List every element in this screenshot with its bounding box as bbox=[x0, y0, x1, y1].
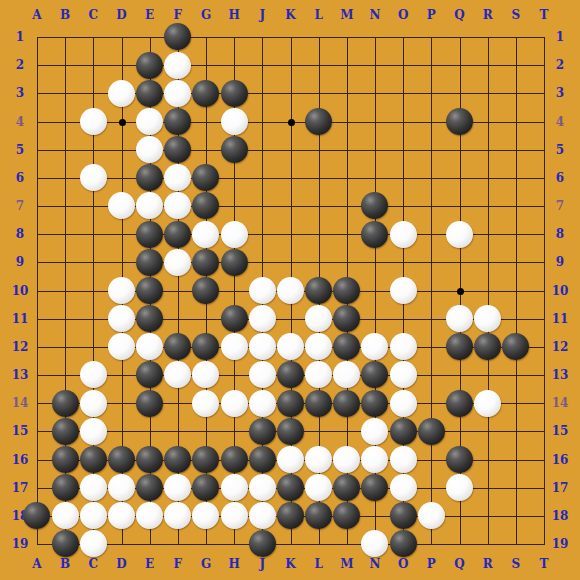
intersection-E19[interactable] bbox=[136, 530, 164, 558]
intersection-E5[interactable] bbox=[136, 136, 164, 164]
intersection-B1[interactable] bbox=[51, 23, 79, 51]
intersection-M14[interactable] bbox=[333, 389, 361, 417]
intersection-J14[interactable] bbox=[248, 389, 276, 417]
intersection-M3[interactable] bbox=[333, 79, 361, 107]
intersection-K13[interactable] bbox=[276, 361, 304, 389]
intersection-B12[interactable] bbox=[51, 333, 79, 361]
intersection-D14[interactable] bbox=[107, 389, 135, 417]
intersection-Q12[interactable] bbox=[445, 333, 473, 361]
intersection-M7[interactable] bbox=[333, 192, 361, 220]
intersection-N14[interactable] bbox=[361, 389, 389, 417]
intersection-T12[interactable] bbox=[530, 333, 558, 361]
intersection-F6[interactable] bbox=[164, 164, 192, 192]
intersection-T7[interactable] bbox=[530, 192, 558, 220]
intersection-N5[interactable] bbox=[361, 136, 389, 164]
intersection-B18[interactable] bbox=[51, 502, 79, 530]
intersection-L2[interactable] bbox=[304, 51, 332, 79]
intersection-E2[interactable] bbox=[136, 51, 164, 79]
intersection-T1[interactable] bbox=[530, 23, 558, 51]
intersection-R5[interactable] bbox=[473, 136, 501, 164]
intersection-K19[interactable] bbox=[276, 530, 304, 558]
intersection-R2[interactable] bbox=[473, 51, 501, 79]
intersection-G7[interactable] bbox=[192, 192, 220, 220]
intersection-N8[interactable] bbox=[361, 220, 389, 248]
intersection-D17[interactable] bbox=[107, 473, 135, 501]
intersection-S11[interactable] bbox=[502, 304, 530, 332]
intersection-T5[interactable] bbox=[530, 136, 558, 164]
intersection-G6[interactable] bbox=[192, 164, 220, 192]
intersection-A1[interactable] bbox=[23, 23, 51, 51]
intersection-C19[interactable] bbox=[79, 530, 107, 558]
intersection-F12[interactable] bbox=[164, 333, 192, 361]
intersection-A5[interactable] bbox=[23, 136, 51, 164]
intersection-O3[interactable] bbox=[389, 79, 417, 107]
intersection-L3[interactable] bbox=[304, 79, 332, 107]
intersection-O18[interactable] bbox=[389, 502, 417, 530]
intersection-Q4[interactable] bbox=[445, 107, 473, 135]
intersection-D1[interactable] bbox=[107, 23, 135, 51]
intersection-K9[interactable] bbox=[276, 248, 304, 276]
intersection-J5[interactable] bbox=[248, 136, 276, 164]
intersection-A16[interactable] bbox=[23, 445, 51, 473]
intersection-L1[interactable] bbox=[304, 23, 332, 51]
intersection-P17[interactable] bbox=[417, 473, 445, 501]
intersection-P10[interactable] bbox=[417, 276, 445, 304]
intersection-O7[interactable] bbox=[389, 192, 417, 220]
intersection-P4[interactable] bbox=[417, 107, 445, 135]
intersection-R15[interactable] bbox=[473, 417, 501, 445]
intersection-G19[interactable] bbox=[192, 530, 220, 558]
intersection-P11[interactable] bbox=[417, 304, 445, 332]
intersection-T3[interactable] bbox=[530, 79, 558, 107]
intersection-O1[interactable] bbox=[389, 23, 417, 51]
intersection-C12[interactable] bbox=[79, 333, 107, 361]
intersection-R6[interactable] bbox=[473, 164, 501, 192]
intersection-A19[interactable] bbox=[23, 530, 51, 558]
intersection-S8[interactable] bbox=[502, 220, 530, 248]
intersection-G9[interactable] bbox=[192, 248, 220, 276]
intersection-R18[interactable] bbox=[473, 502, 501, 530]
intersection-C5[interactable] bbox=[79, 136, 107, 164]
intersection-H9[interactable] bbox=[220, 248, 248, 276]
intersection-S6[interactable] bbox=[502, 164, 530, 192]
intersection-N18[interactable] bbox=[361, 502, 389, 530]
intersection-Q11[interactable] bbox=[445, 304, 473, 332]
intersection-H7[interactable] bbox=[220, 192, 248, 220]
intersection-A11[interactable] bbox=[23, 304, 51, 332]
intersection-D8[interactable] bbox=[107, 220, 135, 248]
intersection-H12[interactable] bbox=[220, 333, 248, 361]
intersection-K8[interactable] bbox=[276, 220, 304, 248]
intersection-T11[interactable] bbox=[530, 304, 558, 332]
intersection-D11[interactable] bbox=[107, 304, 135, 332]
intersection-J2[interactable] bbox=[248, 51, 276, 79]
intersection-B10[interactable] bbox=[51, 276, 79, 304]
intersection-F9[interactable] bbox=[164, 248, 192, 276]
intersection-S3[interactable] bbox=[502, 79, 530, 107]
intersection-Q7[interactable] bbox=[445, 192, 473, 220]
intersection-J18[interactable] bbox=[248, 502, 276, 530]
intersection-B3[interactable] bbox=[51, 79, 79, 107]
intersection-B19[interactable] bbox=[51, 530, 79, 558]
intersection-F11[interactable] bbox=[164, 304, 192, 332]
intersection-P12[interactable] bbox=[417, 333, 445, 361]
intersection-B13[interactable] bbox=[51, 361, 79, 389]
intersection-H5[interactable] bbox=[220, 136, 248, 164]
intersection-P15[interactable] bbox=[417, 417, 445, 445]
intersection-Q17[interactable] bbox=[445, 473, 473, 501]
intersection-E17[interactable] bbox=[136, 473, 164, 501]
intersection-D6[interactable] bbox=[107, 164, 135, 192]
intersection-N7[interactable] bbox=[361, 192, 389, 220]
intersection-T19[interactable] bbox=[530, 530, 558, 558]
intersection-O12[interactable] bbox=[389, 333, 417, 361]
intersection-S17[interactable] bbox=[502, 473, 530, 501]
intersection-H18[interactable] bbox=[220, 502, 248, 530]
intersection-A9[interactable] bbox=[23, 248, 51, 276]
intersection-F5[interactable] bbox=[164, 136, 192, 164]
intersection-A6[interactable] bbox=[23, 164, 51, 192]
intersection-G17[interactable] bbox=[192, 473, 220, 501]
intersection-M2[interactable] bbox=[333, 51, 361, 79]
intersection-P2[interactable] bbox=[417, 51, 445, 79]
intersection-B5[interactable] bbox=[51, 136, 79, 164]
intersection-D7[interactable] bbox=[107, 192, 135, 220]
intersection-M4[interactable] bbox=[333, 107, 361, 135]
intersection-D18[interactable] bbox=[107, 502, 135, 530]
intersection-E15[interactable] bbox=[136, 417, 164, 445]
intersection-T2[interactable] bbox=[530, 51, 558, 79]
intersection-D16[interactable] bbox=[107, 445, 135, 473]
intersection-K2[interactable] bbox=[276, 51, 304, 79]
intersection-H17[interactable] bbox=[220, 473, 248, 501]
intersection-K12[interactable] bbox=[276, 333, 304, 361]
intersection-M19[interactable] bbox=[333, 530, 361, 558]
intersection-K3[interactable] bbox=[276, 79, 304, 107]
intersection-O19[interactable] bbox=[389, 530, 417, 558]
intersection-P13[interactable] bbox=[417, 361, 445, 389]
intersection-F2[interactable] bbox=[164, 51, 192, 79]
intersection-H6[interactable] bbox=[220, 164, 248, 192]
intersection-O8[interactable] bbox=[389, 220, 417, 248]
intersection-N12[interactable] bbox=[361, 333, 389, 361]
intersection-O2[interactable] bbox=[389, 51, 417, 79]
intersection-K5[interactable] bbox=[276, 136, 304, 164]
intersection-P19[interactable] bbox=[417, 530, 445, 558]
intersection-A14[interactable] bbox=[23, 389, 51, 417]
intersection-J12[interactable] bbox=[248, 333, 276, 361]
intersection-T15[interactable] bbox=[530, 417, 558, 445]
intersection-O6[interactable] bbox=[389, 164, 417, 192]
intersection-F4[interactable] bbox=[164, 107, 192, 135]
intersection-L10[interactable] bbox=[304, 276, 332, 304]
intersection-A15[interactable] bbox=[23, 417, 51, 445]
intersection-S16[interactable] bbox=[502, 445, 530, 473]
intersection-K11[interactable] bbox=[276, 304, 304, 332]
intersection-O17[interactable] bbox=[389, 473, 417, 501]
intersection-O16[interactable] bbox=[389, 445, 417, 473]
intersection-T13[interactable] bbox=[530, 361, 558, 389]
intersection-E16[interactable] bbox=[136, 445, 164, 473]
intersection-C1[interactable] bbox=[79, 23, 107, 51]
intersection-E12[interactable] bbox=[136, 333, 164, 361]
intersection-F17[interactable] bbox=[164, 473, 192, 501]
intersection-L13[interactable] bbox=[304, 361, 332, 389]
intersection-N6[interactable] bbox=[361, 164, 389, 192]
intersection-F8[interactable] bbox=[164, 220, 192, 248]
intersection-T16[interactable] bbox=[530, 445, 558, 473]
intersection-T18[interactable] bbox=[530, 502, 558, 530]
intersection-B16[interactable] bbox=[51, 445, 79, 473]
intersection-B11[interactable] bbox=[51, 304, 79, 332]
intersection-A3[interactable] bbox=[23, 79, 51, 107]
intersection-M15[interactable] bbox=[333, 417, 361, 445]
intersection-N15[interactable] bbox=[361, 417, 389, 445]
intersection-B9[interactable] bbox=[51, 248, 79, 276]
intersection-R19[interactable] bbox=[473, 530, 501, 558]
intersection-L4[interactable] bbox=[304, 107, 332, 135]
intersection-R10[interactable] bbox=[473, 276, 501, 304]
intersection-K16[interactable] bbox=[276, 445, 304, 473]
intersection-Q1[interactable] bbox=[445, 23, 473, 51]
intersection-J9[interactable] bbox=[248, 248, 276, 276]
intersection-T14[interactable] bbox=[530, 389, 558, 417]
intersection-N9[interactable] bbox=[361, 248, 389, 276]
intersection-A8[interactable] bbox=[23, 220, 51, 248]
intersection-G4[interactable] bbox=[192, 107, 220, 135]
intersection-Q8[interactable] bbox=[445, 220, 473, 248]
intersection-M5[interactable] bbox=[333, 136, 361, 164]
intersection-M16[interactable] bbox=[333, 445, 361, 473]
intersection-C3[interactable] bbox=[79, 79, 107, 107]
intersection-Q16[interactable] bbox=[445, 445, 473, 473]
intersection-J4[interactable] bbox=[248, 107, 276, 135]
intersection-A12[interactable] bbox=[23, 333, 51, 361]
intersection-A4[interactable] bbox=[23, 107, 51, 135]
intersection-E10[interactable] bbox=[136, 276, 164, 304]
intersection-S19[interactable] bbox=[502, 530, 530, 558]
intersection-R1[interactable] bbox=[473, 23, 501, 51]
intersection-N1[interactable] bbox=[361, 23, 389, 51]
intersection-S12[interactable] bbox=[502, 333, 530, 361]
intersection-C15[interactable] bbox=[79, 417, 107, 445]
intersection-E11[interactable] bbox=[136, 304, 164, 332]
intersection-E13[interactable] bbox=[136, 361, 164, 389]
intersection-K4[interactable] bbox=[276, 107, 304, 135]
intersection-O11[interactable] bbox=[389, 304, 417, 332]
intersection-M18[interactable] bbox=[333, 502, 361, 530]
intersection-K1[interactable] bbox=[276, 23, 304, 51]
intersection-E8[interactable] bbox=[136, 220, 164, 248]
intersection-S10[interactable] bbox=[502, 276, 530, 304]
intersection-N16[interactable] bbox=[361, 445, 389, 473]
intersection-F14[interactable] bbox=[164, 389, 192, 417]
intersection-C18[interactable] bbox=[79, 502, 107, 530]
intersection-Q14[interactable] bbox=[445, 389, 473, 417]
intersection-P9[interactable] bbox=[417, 248, 445, 276]
intersection-F3[interactable] bbox=[164, 79, 192, 107]
intersection-R8[interactable] bbox=[473, 220, 501, 248]
intersection-D4[interactable] bbox=[107, 107, 135, 135]
intersection-C16[interactable] bbox=[79, 445, 107, 473]
intersection-M6[interactable] bbox=[333, 164, 361, 192]
intersection-K7[interactable] bbox=[276, 192, 304, 220]
intersection-T4[interactable] bbox=[530, 107, 558, 135]
intersection-G15[interactable] bbox=[192, 417, 220, 445]
intersection-N11[interactable] bbox=[361, 304, 389, 332]
intersection-G2[interactable] bbox=[192, 51, 220, 79]
intersection-F1[interactable] bbox=[164, 23, 192, 51]
intersection-M9[interactable] bbox=[333, 248, 361, 276]
intersection-O4[interactable] bbox=[389, 107, 417, 135]
intersection-A17[interactable] bbox=[23, 473, 51, 501]
intersection-O5[interactable] bbox=[389, 136, 417, 164]
intersection-K17[interactable] bbox=[276, 473, 304, 501]
intersection-J15[interactable] bbox=[248, 417, 276, 445]
intersection-M17[interactable] bbox=[333, 473, 361, 501]
intersection-B2[interactable] bbox=[51, 51, 79, 79]
intersection-D9[interactable] bbox=[107, 248, 135, 276]
intersection-F10[interactable] bbox=[164, 276, 192, 304]
intersection-B15[interactable] bbox=[51, 417, 79, 445]
intersection-R17[interactable] bbox=[473, 473, 501, 501]
intersection-R9[interactable] bbox=[473, 248, 501, 276]
intersection-G12[interactable] bbox=[192, 333, 220, 361]
intersection-E18[interactable] bbox=[136, 502, 164, 530]
intersection-T8[interactable] bbox=[530, 220, 558, 248]
intersection-M1[interactable] bbox=[333, 23, 361, 51]
intersection-N13[interactable] bbox=[361, 361, 389, 389]
intersection-D3[interactable] bbox=[107, 79, 135, 107]
intersection-T10[interactable] bbox=[530, 276, 558, 304]
intersection-B17[interactable] bbox=[51, 473, 79, 501]
intersection-A13[interactable] bbox=[23, 361, 51, 389]
intersection-H19[interactable] bbox=[220, 530, 248, 558]
intersection-J7[interactable] bbox=[248, 192, 276, 220]
intersection-M8[interactable] bbox=[333, 220, 361, 248]
intersection-E6[interactable] bbox=[136, 164, 164, 192]
intersection-J19[interactable] bbox=[248, 530, 276, 558]
intersection-S5[interactable] bbox=[502, 136, 530, 164]
intersection-J3[interactable] bbox=[248, 79, 276, 107]
intersection-H1[interactable] bbox=[220, 23, 248, 51]
intersection-H4[interactable] bbox=[220, 107, 248, 135]
intersection-D19[interactable] bbox=[107, 530, 135, 558]
intersection-C10[interactable] bbox=[79, 276, 107, 304]
intersection-D13[interactable] bbox=[107, 361, 135, 389]
intersection-F18[interactable] bbox=[164, 502, 192, 530]
intersection-R13[interactable] bbox=[473, 361, 501, 389]
intersection-E14[interactable] bbox=[136, 389, 164, 417]
intersection-Q2[interactable] bbox=[445, 51, 473, 79]
intersection-J8[interactable] bbox=[248, 220, 276, 248]
intersection-E7[interactable] bbox=[136, 192, 164, 220]
intersection-J1[interactable] bbox=[248, 23, 276, 51]
intersection-A2[interactable] bbox=[23, 51, 51, 79]
intersection-G8[interactable] bbox=[192, 220, 220, 248]
intersection-G16[interactable] bbox=[192, 445, 220, 473]
intersection-Q6[interactable] bbox=[445, 164, 473, 192]
intersection-N4[interactable] bbox=[361, 107, 389, 135]
intersection-J13[interactable] bbox=[248, 361, 276, 389]
intersection-M10[interactable] bbox=[333, 276, 361, 304]
intersection-Q10[interactable] bbox=[445, 276, 473, 304]
intersection-P7[interactable] bbox=[417, 192, 445, 220]
intersection-K15[interactable] bbox=[276, 417, 304, 445]
intersection-H10[interactable] bbox=[220, 276, 248, 304]
intersection-J11[interactable] bbox=[248, 304, 276, 332]
intersection-D2[interactable] bbox=[107, 51, 135, 79]
intersection-Q9[interactable] bbox=[445, 248, 473, 276]
intersection-C11[interactable] bbox=[79, 304, 107, 332]
intersection-R4[interactable] bbox=[473, 107, 501, 135]
intersection-Q19[interactable] bbox=[445, 530, 473, 558]
intersection-G1[interactable] bbox=[192, 23, 220, 51]
intersection-D10[interactable] bbox=[107, 276, 135, 304]
intersection-P1[interactable] bbox=[417, 23, 445, 51]
intersection-N17[interactable] bbox=[361, 473, 389, 501]
intersection-R16[interactable] bbox=[473, 445, 501, 473]
intersection-D12[interactable] bbox=[107, 333, 135, 361]
intersection-B14[interactable] bbox=[51, 389, 79, 417]
intersection-R3[interactable] bbox=[473, 79, 501, 107]
intersection-T9[interactable] bbox=[530, 248, 558, 276]
intersection-P16[interactable] bbox=[417, 445, 445, 473]
intersection-K18[interactable] bbox=[276, 502, 304, 530]
intersection-S13[interactable] bbox=[502, 361, 530, 389]
intersection-L15[interactable] bbox=[304, 417, 332, 445]
intersection-E9[interactable] bbox=[136, 248, 164, 276]
intersection-D5[interactable] bbox=[107, 136, 135, 164]
intersection-Q18[interactable] bbox=[445, 502, 473, 530]
intersection-K6[interactable] bbox=[276, 164, 304, 192]
intersection-S18[interactable] bbox=[502, 502, 530, 530]
intersection-F16[interactable] bbox=[164, 445, 192, 473]
intersection-P14[interactable] bbox=[417, 389, 445, 417]
intersection-L6[interactable] bbox=[304, 164, 332, 192]
intersection-H13[interactable] bbox=[220, 361, 248, 389]
intersection-B6[interactable] bbox=[51, 164, 79, 192]
intersection-T17[interactable] bbox=[530, 473, 558, 501]
intersection-K14[interactable] bbox=[276, 389, 304, 417]
intersection-H11[interactable] bbox=[220, 304, 248, 332]
intersection-G5[interactable] bbox=[192, 136, 220, 164]
intersection-M12[interactable] bbox=[333, 333, 361, 361]
intersection-Q15[interactable] bbox=[445, 417, 473, 445]
intersection-L16[interactable] bbox=[304, 445, 332, 473]
intersection-H2[interactable] bbox=[220, 51, 248, 79]
intersection-E3[interactable] bbox=[136, 79, 164, 107]
intersection-E4[interactable] bbox=[136, 107, 164, 135]
intersection-L5[interactable] bbox=[304, 136, 332, 164]
intersection-R12[interactable] bbox=[473, 333, 501, 361]
intersection-L14[interactable] bbox=[304, 389, 332, 417]
intersection-S2[interactable] bbox=[502, 51, 530, 79]
intersection-G11[interactable] bbox=[192, 304, 220, 332]
intersection-F19[interactable] bbox=[164, 530, 192, 558]
intersection-P18[interactable] bbox=[417, 502, 445, 530]
intersection-L12[interactable] bbox=[304, 333, 332, 361]
intersection-G14[interactable] bbox=[192, 389, 220, 417]
intersection-S1[interactable] bbox=[502, 23, 530, 51]
intersection-P5[interactable] bbox=[417, 136, 445, 164]
intersection-L18[interactable] bbox=[304, 502, 332, 530]
intersection-Q3[interactable] bbox=[445, 79, 473, 107]
intersection-L19[interactable] bbox=[304, 530, 332, 558]
intersection-P8[interactable] bbox=[417, 220, 445, 248]
intersection-A18[interactable] bbox=[23, 502, 51, 530]
intersection-S4[interactable] bbox=[502, 107, 530, 135]
